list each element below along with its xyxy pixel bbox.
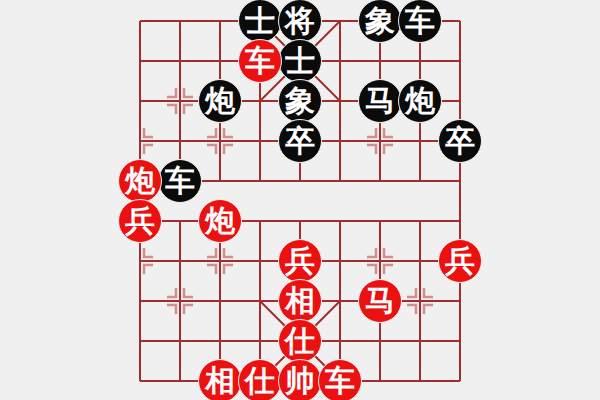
piece-red-elephant[interactable]: 相 [198,359,242,400]
piece-black-chariot[interactable]: 车 [398,0,442,43]
piece-black-elephant[interactable]: 象 [358,0,402,43]
piece-red-soldier[interactable]: 兵 [118,199,162,243]
piece-black-horse[interactable]: 马 [358,79,402,123]
piece-red-soldier[interactable]: 兵 [438,239,482,283]
piece-black-general[interactable]: 将 [278,0,322,43]
xiangqi-board: 士将象车士炮象马炮卒卒车车炮兵炮兵兵相马仕相仕帅车 [0,0,600,400]
piece-red-soldier[interactable]: 兵 [278,239,322,283]
piece-black-elephant[interactable]: 象 [278,79,322,123]
piece-black-advisor[interactable]: 士 [238,0,282,43]
piece-black-cannon[interactable]: 炮 [398,79,442,123]
piece-red-horse[interactable]: 马 [358,279,402,323]
piece-red-cannon[interactable]: 炮 [198,199,242,243]
piece-red-general[interactable]: 帅 [278,359,322,400]
piece-red-elephant[interactable]: 相 [278,279,322,323]
piece-black-soldier[interactable]: 卒 [278,119,322,163]
piece-black-soldier[interactable]: 卒 [438,119,482,163]
piece-black-chariot[interactable]: 车 [158,159,202,203]
piece-red-advisor[interactable]: 仕 [278,319,322,363]
piece-black-advisor[interactable]: 士 [278,39,322,83]
piece-red-chariot[interactable]: 车 [238,39,282,83]
piece-black-cannon[interactable]: 炮 [198,79,242,123]
piece-red-cannon[interactable]: 炮 [118,159,162,203]
piece-red-advisor[interactable]: 仕 [238,359,282,400]
piece-red-chariot[interactable]: 车 [318,359,362,400]
